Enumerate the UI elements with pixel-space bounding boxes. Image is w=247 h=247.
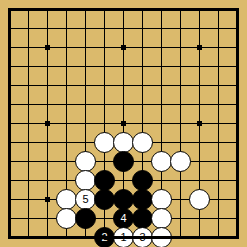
intersection-8-3[interactable] (133, 38, 152, 57)
intersection-11-4[interactable] (190, 57, 209, 76)
intersection-6-9[interactable] (95, 152, 114, 171)
intersection-11-13[interactable] (190, 228, 209, 247)
intersection-13-4[interactable] (228, 57, 247, 76)
intersection-10-10[interactable] (171, 171, 190, 190)
intersection-8-1[interactable] (133, 0, 152, 19)
intersection-4-5[interactable] (57, 76, 76, 95)
white-stone (132, 132, 153, 153)
intersection-1-12[interactable] (0, 209, 19, 228)
intersection-10-1[interactable] (171, 0, 190, 19)
white-stone (75, 170, 96, 191)
intersection-12-6[interactable] (209, 95, 228, 114)
white-stone (151, 189, 172, 210)
move-number: 2 (101, 232, 107, 243)
intersection-5-2[interactable] (76, 19, 95, 38)
intersection-13-12[interactable] (228, 209, 247, 228)
intersection-3-13[interactable] (38, 228, 57, 247)
intersection-10-11[interactable] (171, 190, 190, 209)
intersection-13-10[interactable] (228, 171, 247, 190)
intersection-1-5[interactable] (0, 76, 19, 95)
intersection-2-12[interactable] (19, 209, 38, 228)
white-stone (189, 189, 210, 210)
intersection-3-3[interactable] (38, 38, 57, 57)
white-stone (75, 151, 96, 172)
intersection-4-7[interactable] (57, 114, 76, 133)
intersection-12-3[interactable] (209, 38, 228, 57)
black-stone-move-4: 4 (113, 208, 134, 229)
intersection-3-4[interactable] (38, 57, 57, 76)
intersection-2-2[interactable] (19, 19, 38, 38)
intersection-3-2[interactable] (38, 19, 57, 38)
intersection-9-8[interactable] (152, 133, 171, 152)
intersection-12-9[interactable] (209, 152, 228, 171)
intersection-5-1[interactable] (76, 0, 95, 19)
intersection-2-13[interactable] (19, 228, 38, 247)
intersection-12-8[interactable] (209, 133, 228, 152)
intersection-5-12[interactable] (76, 209, 95, 228)
intersection-13-13[interactable] (228, 228, 247, 247)
intersection-9-13[interactable] (152, 228, 171, 247)
intersection-1-2[interactable] (0, 19, 19, 38)
intersection-8-7[interactable] (133, 114, 152, 133)
intersection-1-6[interactable] (0, 95, 19, 114)
intersection-9-12[interactable] (152, 209, 171, 228)
intersection-2-4[interactable] (19, 57, 38, 76)
white-stone (170, 151, 191, 172)
intersection-6-2[interactable] (95, 19, 114, 38)
black-stone (94, 170, 115, 191)
intersection-13-7[interactable] (228, 114, 247, 133)
intersection-10-8[interactable] (171, 133, 190, 152)
intersection-7-10[interactable] (114, 171, 133, 190)
intersection-13-8[interactable] (228, 133, 247, 152)
star-point (121, 121, 126, 126)
intersection-12-10[interactable] (209, 171, 228, 190)
intersection-5-4[interactable] (76, 57, 95, 76)
intersection-7-11[interactable] (114, 190, 133, 209)
intersection-4-2[interactable] (57, 19, 76, 38)
intersection-13-3[interactable] (228, 38, 247, 57)
intersection-10-4[interactable] (171, 57, 190, 76)
intersection-5-5[interactable] (76, 76, 95, 95)
intersection-8-8[interactable] (133, 133, 152, 152)
intersection-4-10[interactable] (57, 171, 76, 190)
intersection-11-7[interactable] (190, 114, 209, 133)
white-stone (113, 132, 134, 153)
intersection-1-10[interactable] (0, 171, 19, 190)
intersection-13-6[interactable] (228, 95, 247, 114)
black-stone-move-2: 2 (94, 227, 115, 247)
intersection-1-8[interactable] (0, 133, 19, 152)
move-number: 5 (82, 194, 88, 205)
intersection-11-10[interactable] (190, 171, 209, 190)
intersection-1-7[interactable] (0, 114, 19, 133)
intersection-2-9[interactable] (19, 152, 38, 171)
intersection-8-5[interactable] (133, 76, 152, 95)
intersection-5-8[interactable] (76, 133, 95, 152)
intersection-9-2[interactable] (152, 19, 171, 38)
white-stone (94, 132, 115, 153)
intersection-7-9[interactable] (114, 152, 133, 171)
intersection-9-9[interactable] (152, 152, 171, 171)
intersection-1-1[interactable] (0, 0, 19, 19)
intersection-10-3[interactable] (171, 38, 190, 57)
intersection-4-12[interactable] (57, 209, 76, 228)
intersection-11-2[interactable] (190, 19, 209, 38)
intersection-4-11[interactable] (57, 190, 76, 209)
intersection-5-6[interactable] (76, 95, 95, 114)
intersection-7-13[interactable]: 1 (114, 228, 133, 247)
intersection-2-3[interactable] (19, 38, 38, 57)
intersection-8-2[interactable] (133, 19, 152, 38)
intersection-5-3[interactable] (76, 38, 95, 57)
black-stone (113, 151, 134, 172)
intersection-7-2[interactable] (114, 19, 133, 38)
intersection-2-6[interactable] (19, 95, 38, 114)
intersection-6-4[interactable] (95, 57, 114, 76)
intersection-1-13[interactable] (0, 228, 19, 247)
intersection-7-3[interactable] (114, 38, 133, 57)
intersection-4-1[interactable] (57, 0, 76, 19)
move-number: 1 (120, 232, 126, 243)
intersection-5-9[interactable] (76, 152, 95, 171)
intersection-11-6[interactable] (190, 95, 209, 114)
intersection-6-12[interactable] (95, 209, 114, 228)
intersection-3-7[interactable] (38, 114, 57, 133)
intersection-6-3[interactable] (95, 38, 114, 57)
intersection-3-1[interactable] (38, 0, 57, 19)
white-stone (151, 208, 172, 229)
intersection-7-8[interactable] (114, 133, 133, 152)
intersection-13-5[interactable] (228, 76, 247, 95)
intersection-6-13[interactable]: 2 (95, 228, 114, 247)
intersection-2-8[interactable] (19, 133, 38, 152)
white-stone (151, 151, 172, 172)
intersection-11-1[interactable] (190, 0, 209, 19)
intersection-11-3[interactable] (190, 38, 209, 57)
white-stone-move-5: 5 (75, 189, 96, 210)
black-stone (75, 208, 96, 229)
intersection-10-13[interactable] (171, 228, 190, 247)
go-board-diagram: 54213 (0, 0, 247, 247)
intersection-4-13[interactable] (57, 228, 76, 247)
black-stone (113, 189, 134, 210)
black-stone (132, 208, 153, 229)
intersection-5-7[interactable] (76, 114, 95, 133)
intersection-9-10[interactable] (152, 171, 171, 190)
intersection-1-4[interactable] (0, 57, 19, 76)
intersection-12-13[interactable] (209, 228, 228, 247)
intersection-8-10[interactable] (133, 171, 152, 190)
intersection-13-1[interactable] (228, 0, 247, 19)
intersection-6-1[interactable] (95, 0, 114, 19)
intersection-5-13[interactable] (76, 228, 95, 247)
star-point (197, 45, 202, 50)
intersection-10-7[interactable] (171, 114, 190, 133)
intersection-3-10[interactable] (38, 171, 57, 190)
intersection-9-11[interactable] (152, 190, 171, 209)
intersection-12-11[interactable] (209, 190, 228, 209)
intersection-12-5[interactable] (209, 76, 228, 95)
intersection-3-6[interactable] (38, 95, 57, 114)
intersection-6-8[interactable] (95, 133, 114, 152)
intersection-8-13[interactable]: 3 (133, 228, 152, 247)
intersection-9-1[interactable] (152, 0, 171, 19)
intersection-9-3[interactable] (152, 38, 171, 57)
intersection-7-4[interactable] (114, 57, 133, 76)
intersection-6-11[interactable] (95, 190, 114, 209)
intersection-8-4[interactable] (133, 57, 152, 76)
intersection-8-6[interactable] (133, 95, 152, 114)
intersection-4-3[interactable] (57, 38, 76, 57)
intersection-4-6[interactable] (57, 95, 76, 114)
intersection-12-4[interactable] (209, 57, 228, 76)
intersection-3-11[interactable] (38, 190, 57, 209)
white-stone-move-1: 1 (113, 227, 134, 247)
intersection-4-4[interactable] (57, 57, 76, 76)
intersection-3-9[interactable] (38, 152, 57, 171)
intersection-9-5[interactable] (152, 76, 171, 95)
intersection-5-10[interactable] (76, 171, 95, 190)
intersection-12-1[interactable] (209, 0, 228, 19)
intersection-13-11[interactable] (228, 190, 247, 209)
intersection-7-6[interactable] (114, 95, 133, 114)
intersection-10-2[interactable] (171, 19, 190, 38)
intersection-8-11[interactable] (133, 190, 152, 209)
intersection-7-1[interactable] (114, 0, 133, 19)
intersection-8-12[interactable] (133, 209, 152, 228)
board-grid: 54213 (0, 0, 247, 247)
intersection-3-8[interactable] (38, 133, 57, 152)
intersection-1-3[interactable] (0, 38, 19, 57)
intersection-13-2[interactable] (228, 19, 247, 38)
intersection-9-6[interactable] (152, 95, 171, 114)
white-stone (56, 189, 77, 210)
white-stone-move-3: 3 (132, 227, 153, 247)
intersection-3-12[interactable] (38, 209, 57, 228)
intersection-10-6[interactable] (171, 95, 190, 114)
intersection-3-5[interactable] (38, 76, 57, 95)
intersection-2-7[interactable] (19, 114, 38, 133)
intersection-11-5[interactable] (190, 76, 209, 95)
intersection-2-1[interactable] (19, 0, 38, 19)
intersection-1-9[interactable] (0, 152, 19, 171)
intersection-2-5[interactable] (19, 76, 38, 95)
intersection-7-12[interactable]: 4 (114, 209, 133, 228)
intersection-11-12[interactable] (190, 209, 209, 228)
intersection-2-10[interactable] (19, 171, 38, 190)
star-point (45, 45, 50, 50)
intersection-4-9[interactable] (57, 152, 76, 171)
black-stone (132, 170, 153, 191)
intersection-10-5[interactable] (171, 76, 190, 95)
intersection-6-10[interactable] (95, 171, 114, 190)
black-stone (94, 189, 115, 210)
intersection-7-7[interactable] (114, 114, 133, 133)
intersection-11-9[interactable] (190, 152, 209, 171)
intersection-6-6[interactable] (95, 95, 114, 114)
intersection-10-9[interactable] (171, 152, 190, 171)
intersection-6-7[interactable] (95, 114, 114, 133)
intersection-7-5[interactable] (114, 76, 133, 95)
intersection-11-11[interactable] (190, 190, 209, 209)
intersection-2-11[interactable] (19, 190, 38, 209)
intersection-9-7[interactable] (152, 114, 171, 133)
intersection-9-4[interactable] (152, 57, 171, 76)
move-number: 3 (139, 232, 145, 243)
intersection-1-11[interactable] (0, 190, 19, 209)
intersection-8-9[interactable] (133, 152, 152, 171)
intersection-12-2[interactable] (209, 19, 228, 38)
intersection-4-8[interactable] (57, 133, 76, 152)
intersection-11-8[interactable] (190, 133, 209, 152)
intersection-6-5[interactable] (95, 76, 114, 95)
star-point (45, 121, 50, 126)
move-number: 4 (120, 213, 126, 224)
intersection-13-9[interactable] (228, 152, 247, 171)
star-point (121, 45, 126, 50)
intersection-12-12[interactable] (209, 209, 228, 228)
intersection-10-12[interactable] (171, 209, 190, 228)
black-stone (132, 189, 153, 210)
intersection-12-7[interactable] (209, 114, 228, 133)
white-stone (151, 227, 172, 247)
star-point (197, 121, 202, 126)
white-stone (56, 208, 77, 229)
intersection-5-11[interactable]: 5 (76, 190, 95, 209)
star-point (45, 197, 50, 202)
